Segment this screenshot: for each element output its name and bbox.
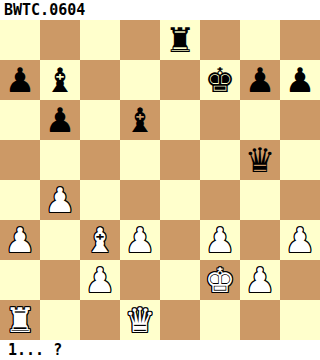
square-f7[interactable]: ♚	[200, 60, 240, 100]
square-d2[interactable]	[120, 260, 160, 300]
square-a6[interactable]	[0, 100, 40, 140]
square-f3[interactable]: ♟	[200, 220, 240, 260]
white-queen[interactable]: ♛	[125, 303, 155, 337]
square-b8[interactable]	[40, 20, 80, 60]
square-a2[interactable]	[0, 260, 40, 300]
square-c1[interactable]	[80, 300, 120, 340]
square-f8[interactable]	[200, 20, 240, 60]
white-pawn[interactable]: ♟	[205, 223, 235, 257]
square-d3[interactable]: ♟	[120, 220, 160, 260]
square-d7[interactable]	[120, 60, 160, 100]
white-pawn[interactable]: ♟	[45, 183, 75, 217]
square-a5[interactable]	[0, 140, 40, 180]
square-g1[interactable]	[240, 300, 280, 340]
square-c6[interactable]	[80, 100, 120, 140]
white-pawn[interactable]: ♟	[285, 223, 315, 257]
square-c7[interactable]	[80, 60, 120, 100]
square-e7[interactable]	[160, 60, 200, 100]
white-pawn[interactable]: ♟	[125, 223, 155, 257]
square-f5[interactable]	[200, 140, 240, 180]
square-h1[interactable]	[280, 300, 320, 340]
white-pawn[interactable]: ♟	[5, 223, 35, 257]
square-e4[interactable]	[160, 180, 200, 220]
puzzle-title: BWTC.0604	[0, 0, 320, 20]
black-bishop[interactable]: ♝	[45, 63, 75, 97]
square-a4[interactable]	[0, 180, 40, 220]
square-e8[interactable]: ♜	[160, 20, 200, 60]
square-g2[interactable]: ♟	[240, 260, 280, 300]
black-pawn[interactable]: ♟	[45, 103, 75, 137]
square-h7[interactable]: ♟	[280, 60, 320, 100]
black-rook[interactable]: ♜	[165, 23, 195, 57]
square-g6[interactable]	[240, 100, 280, 140]
square-b1[interactable]	[40, 300, 80, 340]
white-king[interactable]: ♚	[205, 263, 235, 297]
square-c5[interactable]	[80, 140, 120, 180]
square-c4[interactable]	[80, 180, 120, 220]
square-c2[interactable]: ♟	[80, 260, 120, 300]
square-b7[interactable]: ♝	[40, 60, 80, 100]
black-pawn[interactable]: ♟	[285, 63, 315, 97]
white-bishop[interactable]: ♝	[85, 223, 115, 257]
square-b3[interactable]	[40, 220, 80, 260]
square-d6[interactable]: ♝	[120, 100, 160, 140]
square-a7[interactable]: ♟	[0, 60, 40, 100]
square-d4[interactable]	[120, 180, 160, 220]
square-f6[interactable]	[200, 100, 240, 140]
square-e5[interactable]	[160, 140, 200, 180]
square-e6[interactable]	[160, 100, 200, 140]
square-g7[interactable]: ♟	[240, 60, 280, 100]
square-g8[interactable]	[240, 20, 280, 60]
square-b2[interactable]	[40, 260, 80, 300]
black-king[interactable]: ♚	[205, 63, 235, 97]
black-queen[interactable]: ♛	[245, 143, 275, 177]
chess-puzzle-window: BWTC.0604 ♜♟♝♚♟♟♟♝♛♟♟♝♟♟♟♟♚♟♜♛ 1... ?	[0, 0, 320, 360]
white-pawn[interactable]: ♟	[245, 263, 275, 297]
white-rook[interactable]: ♜	[5, 303, 35, 337]
square-e3[interactable]	[160, 220, 200, 260]
square-a3[interactable]: ♟	[0, 220, 40, 260]
square-b4[interactable]: ♟	[40, 180, 80, 220]
square-g4[interactable]	[240, 180, 280, 220]
square-b5[interactable]	[40, 140, 80, 180]
square-c3[interactable]: ♝	[80, 220, 120, 260]
square-d1[interactable]: ♛	[120, 300, 160, 340]
black-pawn[interactable]: ♟	[245, 63, 275, 97]
white-pawn[interactable]: ♟	[85, 263, 115, 297]
square-d5[interactable]	[120, 140, 160, 180]
square-a1[interactable]: ♜	[0, 300, 40, 340]
square-c8[interactable]	[80, 20, 120, 60]
square-h2[interactable]	[280, 260, 320, 300]
square-g5[interactable]: ♛	[240, 140, 280, 180]
square-h5[interactable]	[280, 140, 320, 180]
square-g3[interactable]	[240, 220, 280, 260]
black-pawn[interactable]: ♟	[5, 63, 35, 97]
square-f4[interactable]	[200, 180, 240, 220]
square-e1[interactable]	[160, 300, 200, 340]
square-h3[interactable]: ♟	[280, 220, 320, 260]
square-a8[interactable]	[0, 20, 40, 60]
black-bishop[interactable]: ♝	[125, 103, 155, 137]
square-d8[interactable]	[120, 20, 160, 60]
chess-board: ♜♟♝♚♟♟♟♝♛♟♟♝♟♟♟♟♚♟♜♛	[0, 20, 320, 340]
square-f2[interactable]: ♚	[200, 260, 240, 300]
square-h6[interactable]	[280, 100, 320, 140]
square-b6[interactable]: ♟	[40, 100, 80, 140]
square-h8[interactable]	[280, 20, 320, 60]
square-e2[interactable]	[160, 260, 200, 300]
move-prompt: 1... ?	[0, 340, 320, 360]
square-f1[interactable]	[200, 300, 240, 340]
square-h4[interactable]	[280, 180, 320, 220]
